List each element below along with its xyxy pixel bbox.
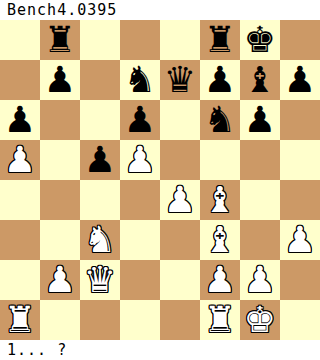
square-a1[interactable]: ♜ bbox=[0, 300, 40, 340]
piece-black-pawn: ♟ bbox=[4, 100, 36, 140]
square-d3[interactable] bbox=[120, 220, 160, 260]
square-h4[interactable] bbox=[280, 180, 320, 220]
square-f8[interactable]: ♜ bbox=[200, 20, 240, 60]
square-a3[interactable] bbox=[0, 220, 40, 260]
square-g6[interactable]: ♟ bbox=[240, 100, 280, 140]
piece-white-king: ♚ bbox=[244, 300, 276, 340]
square-b6[interactable] bbox=[40, 100, 80, 140]
square-g1[interactable]: ♚ bbox=[240, 300, 280, 340]
piece-black-rook: ♜ bbox=[204, 20, 236, 60]
piece-white-pawn: ♟ bbox=[4, 140, 36, 180]
square-g3[interactable] bbox=[240, 220, 280, 260]
square-f3[interactable]: ♝ bbox=[200, 220, 240, 260]
square-f2[interactable]: ♟ bbox=[200, 260, 240, 300]
piece-black-knight: ♞ bbox=[124, 60, 156, 100]
piece-black-rook: ♜ bbox=[44, 20, 76, 60]
piece-white-pawn: ♟ bbox=[284, 220, 316, 260]
square-b8[interactable]: ♜ bbox=[40, 20, 80, 60]
square-b7[interactable]: ♟ bbox=[40, 60, 80, 100]
square-b4[interactable] bbox=[40, 180, 80, 220]
piece-white-bishop: ♝ bbox=[204, 220, 236, 260]
square-e5[interactable] bbox=[160, 140, 200, 180]
square-e7[interactable]: ♛ bbox=[160, 60, 200, 100]
piece-black-pawn: ♟ bbox=[84, 140, 116, 180]
square-a5[interactable]: ♟ bbox=[0, 140, 40, 180]
piece-white-rook: ♜ bbox=[204, 300, 236, 340]
square-h1[interactable] bbox=[280, 300, 320, 340]
piece-white-bishop: ♝ bbox=[204, 180, 236, 220]
square-g8[interactable]: ♚ bbox=[240, 20, 280, 60]
square-b5[interactable] bbox=[40, 140, 80, 180]
square-e3[interactable] bbox=[160, 220, 200, 260]
square-c7[interactable] bbox=[80, 60, 120, 100]
piece-white-pawn: ♟ bbox=[164, 180, 196, 220]
piece-black-king: ♚ bbox=[244, 20, 276, 60]
piece-black-pawn: ♟ bbox=[124, 100, 156, 140]
square-h7[interactable]: ♟ bbox=[280, 60, 320, 100]
square-g4[interactable] bbox=[240, 180, 280, 220]
position-title: Bench4.0395 bbox=[0, 0, 320, 20]
square-c1[interactable] bbox=[80, 300, 120, 340]
square-e1[interactable] bbox=[160, 300, 200, 340]
square-e4[interactable]: ♟ bbox=[160, 180, 200, 220]
square-d7[interactable]: ♞ bbox=[120, 60, 160, 100]
square-h2[interactable] bbox=[280, 260, 320, 300]
piece-black-pawn: ♟ bbox=[244, 100, 276, 140]
square-c8[interactable] bbox=[80, 20, 120, 60]
square-g7[interactable]: ♝ bbox=[240, 60, 280, 100]
piece-black-pawn: ♟ bbox=[284, 60, 316, 100]
square-f7[interactable]: ♟ bbox=[200, 60, 240, 100]
piece-white-knight: ♞ bbox=[84, 220, 116, 260]
square-d4[interactable] bbox=[120, 180, 160, 220]
piece-black-queen: ♛ bbox=[164, 60, 196, 100]
square-b2[interactable]: ♟ bbox=[40, 260, 80, 300]
square-h8[interactable] bbox=[280, 20, 320, 60]
square-a8[interactable] bbox=[0, 20, 40, 60]
square-b3[interactable] bbox=[40, 220, 80, 260]
piece-black-bishop: ♝ bbox=[244, 60, 276, 100]
move-prompt: 1... ? bbox=[0, 340, 320, 360]
square-d5[interactable]: ♟ bbox=[120, 140, 160, 180]
square-a4[interactable] bbox=[0, 180, 40, 220]
square-e8[interactable] bbox=[160, 20, 200, 60]
square-c3[interactable]: ♞ bbox=[80, 220, 120, 260]
square-a6[interactable]: ♟ bbox=[0, 100, 40, 140]
square-c5[interactable]: ♟ bbox=[80, 140, 120, 180]
square-h5[interactable] bbox=[280, 140, 320, 180]
square-f6[interactable]: ♞ bbox=[200, 100, 240, 140]
piece-white-pawn: ♟ bbox=[244, 260, 276, 300]
square-g5[interactable] bbox=[240, 140, 280, 180]
piece-white-queen: ♛ bbox=[84, 260, 116, 300]
square-h6[interactable] bbox=[280, 100, 320, 140]
square-f4[interactable]: ♝ bbox=[200, 180, 240, 220]
piece-black-pawn: ♟ bbox=[44, 60, 76, 100]
square-c2[interactable]: ♛ bbox=[80, 260, 120, 300]
piece-white-pawn: ♟ bbox=[204, 260, 236, 300]
piece-black-knight: ♞ bbox=[204, 100, 236, 140]
piece-white-pawn: ♟ bbox=[124, 140, 156, 180]
square-d6[interactable]: ♟ bbox=[120, 100, 160, 140]
square-e2[interactable] bbox=[160, 260, 200, 300]
square-d2[interactable] bbox=[120, 260, 160, 300]
square-e6[interactable] bbox=[160, 100, 200, 140]
square-a2[interactable] bbox=[0, 260, 40, 300]
piece-white-rook: ♜ bbox=[4, 300, 36, 340]
square-b1[interactable] bbox=[40, 300, 80, 340]
piece-white-pawn: ♟ bbox=[44, 260, 76, 300]
square-d1[interactable] bbox=[120, 300, 160, 340]
square-c4[interactable] bbox=[80, 180, 120, 220]
square-g2[interactable]: ♟ bbox=[240, 260, 280, 300]
chess-board: ♜♜♚♟♞♛♟♝♟♟♟♞♟♟♟♟♟♝♞♝♟♟♛♟♟♜♜♚ bbox=[0, 20, 320, 340]
square-h3[interactable]: ♟ bbox=[280, 220, 320, 260]
square-f1[interactable]: ♜ bbox=[200, 300, 240, 340]
square-a7[interactable] bbox=[0, 60, 40, 100]
square-c6[interactable] bbox=[80, 100, 120, 140]
chess-app-window: Bench4.0395 ♜♜♚♟♞♛♟♝♟♟♟♞♟♟♟♟♟♝♞♝♟♟♛♟♟♜♜♚… bbox=[0, 0, 320, 360]
square-f5[interactable] bbox=[200, 140, 240, 180]
square-d8[interactable] bbox=[120, 20, 160, 60]
piece-black-pawn: ♟ bbox=[204, 60, 236, 100]
